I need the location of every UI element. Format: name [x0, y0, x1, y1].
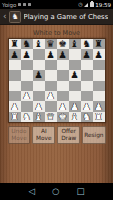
piece-black-knight: ♞	[82, 39, 91, 49]
square-h3[interactable]	[93, 91, 105, 101]
notification-icon-3	[28, 3, 32, 7]
piece-black-pawn: ♟	[94, 50, 103, 60]
square-c2[interactable]: ♟	[33, 101, 45, 111]
square-h5[interactable]	[93, 70, 105, 80]
square-e2[interactable]: ♟	[57, 101, 69, 111]
app-icon[interactable]: ♞	[9, 11, 21, 23]
square-b3[interactable]: ♟	[21, 91, 33, 101]
piece-white-pawn: ♟	[82, 102, 91, 112]
square-h7[interactable]: ♟	[93, 49, 105, 59]
square-a5[interactable]	[9, 70, 21, 80]
piece-white-pawn: ♟	[70, 102, 79, 112]
square-d5[interactable]	[45, 70, 57, 80]
square-g2[interactable]: ♟	[81, 101, 93, 111]
square-b8[interactable]: ♞	[21, 39, 33, 49]
square-b2[interactable]	[21, 101, 33, 111]
piece-black-pawn: ♟	[22, 50, 31, 60]
square-d4[interactable]	[45, 81, 57, 91]
nav-back-icon[interactable]: ◁	[29, 187, 36, 196]
piece-white-knight: ♞	[22, 112, 31, 122]
piece-black-bishop: ♝	[70, 39, 79, 49]
piece-white-pawn: ♟	[94, 102, 103, 112]
square-d2[interactable]	[45, 101, 57, 111]
piece-white-bishop: ♝	[70, 112, 79, 122]
square-h6[interactable]	[93, 60, 105, 70]
square-b4[interactable]	[21, 81, 33, 91]
ai-move-button[interactable]: AI Move	[32, 126, 55, 144]
nav-recents-icon[interactable]: □	[76, 187, 84, 196]
chess-board[interactable]: ♜♞♝♛♚♝♞♜♟♟♟♟♟♟♟♟♟♟♟♟♟♟♟♟♜♞♝♛♚♝♞♜	[8, 38, 106, 123]
piece-black-pawn: ♟	[10, 50, 19, 60]
square-e6[interactable]	[57, 60, 69, 70]
square-a3[interactable]	[9, 91, 21, 101]
back-chevron-icon[interactable]: ‹	[3, 12, 7, 21]
square-c4[interactable]	[33, 81, 45, 91]
piece-black-pawn: ♟	[82, 50, 91, 60]
square-e3[interactable]	[57, 91, 69, 101]
square-b1[interactable]: ♞	[21, 112, 33, 122]
square-d1[interactable]: ♛	[45, 112, 57, 122]
square-g6[interactable]	[81, 60, 93, 70]
piece-black-rook: ♜	[94, 39, 103, 49]
piece-black-king: ♚	[58, 39, 67, 49]
nav-home-icon[interactable]: ○	[52, 187, 59, 196]
square-d7[interactable]: ♟	[45, 49, 57, 59]
battery-icon	[90, 2, 94, 8]
piece-white-knight: ♞	[82, 112, 91, 122]
square-f5[interactable]: ♟	[69, 70, 81, 80]
square-f3[interactable]	[69, 91, 81, 101]
piece-black-pawn: ♟	[34, 70, 43, 80]
square-a7[interactable]: ♟	[9, 49, 21, 59]
alarm-icon: ◷	[78, 2, 82, 7]
piece-white-pawn: ♟	[34, 102, 43, 112]
action-bar: ‹ ♞ Playing a Game of Chess	[0, 9, 113, 25]
notification-icon-1	[18, 3, 22, 7]
square-h8[interactable]: ♜	[93, 39, 105, 49]
square-c6[interactable]	[33, 60, 45, 70]
square-g1[interactable]: ♞	[81, 112, 93, 122]
square-g7[interactable]: ♟	[81, 49, 93, 59]
piece-black-queen: ♛	[46, 39, 55, 49]
action-buttons: Undo MoveAI MoveOffer DrawResign	[8, 126, 106, 144]
square-a6[interactable]	[9, 60, 21, 70]
game-area: White to Move ♜♞♝♛♚♝♞♜♟♟♟♟♟♟♟♟♟♟♟♟♟♟♟♟♜♞…	[0, 25, 113, 183]
square-g8[interactable]: ♞	[81, 39, 93, 49]
square-c1[interactable]: ♝	[33, 112, 45, 122]
clock-time: 19:59	[95, 2, 111, 8]
square-e7[interactable]: ♟	[57, 49, 69, 59]
square-c7[interactable]	[33, 49, 45, 59]
square-a1[interactable]: ♜	[9, 112, 21, 122]
square-g5[interactable]	[81, 70, 93, 80]
square-e1[interactable]: ♚	[57, 112, 69, 122]
square-b6[interactable]	[21, 60, 33, 70]
cellular-signal-icon	[84, 3, 88, 7]
undo-move-button[interactable]: Undo Move	[8, 126, 31, 144]
offer-draw-button[interactable]: Offer Draw	[57, 126, 80, 144]
notification-icon-2	[23, 3, 27, 7]
piece-white-pawn: ♟	[58, 102, 67, 112]
carrier-label: Yoigo	[2, 2, 16, 8]
square-c5[interactable]: ♟	[33, 70, 45, 80]
square-e5[interactable]	[57, 70, 69, 80]
square-h1[interactable]: ♜	[93, 112, 105, 122]
resign-button[interactable]: Resign	[82, 126, 105, 144]
square-a8[interactable]: ♜	[9, 39, 21, 49]
phone-screen: Yoigo ◷ 19:59 ‹ ♞ Playing a Game of Ches…	[0, 0, 113, 200]
square-c3[interactable]	[33, 91, 45, 101]
square-b7[interactable]: ♟	[21, 49, 33, 59]
status-bar: Yoigo ◷ 19:59	[0, 0, 113, 9]
piece-black-bishop: ♝	[34, 39, 43, 49]
square-g3[interactable]	[81, 91, 93, 101]
piece-white-pawn: ♟	[10, 102, 19, 112]
square-f2[interactable]: ♟	[69, 101, 81, 111]
square-f7[interactable]	[69, 49, 81, 59]
square-h2[interactable]: ♟	[93, 101, 105, 111]
android-nav-bar: ◁ ○ □	[0, 183, 113, 200]
piece-white-queen: ♛	[46, 112, 55, 122]
square-a2[interactable]: ♟	[9, 101, 21, 111]
piece-white-rook: ♜	[94, 112, 103, 122]
square-d3[interactable]: ♟	[45, 91, 57, 101]
piece-white-rook: ♜	[10, 112, 19, 122]
square-d8[interactable]: ♛	[45, 39, 57, 49]
piece-black-rook: ♜	[10, 39, 19, 49]
piece-white-king: ♚	[58, 112, 67, 122]
piece-black-pawn: ♟	[70, 70, 79, 80]
square-h4[interactable]	[93, 81, 105, 91]
square-f8[interactable]: ♝	[69, 39, 81, 49]
page-title: Playing a Game of Chess	[24, 13, 109, 21]
piece-black-pawn: ♟	[46, 50, 55, 60]
piece-white-pawn: ♟	[46, 91, 55, 101]
square-f4[interactable]	[69, 81, 81, 91]
square-e8[interactable]: ♚	[57, 39, 69, 49]
square-f6[interactable]	[69, 60, 81, 70]
square-g4[interactable]	[81, 81, 93, 91]
piece-black-knight: ♞	[22, 39, 31, 49]
square-f1[interactable]: ♝	[69, 112, 81, 122]
square-b5[interactable]	[21, 70, 33, 80]
square-a4[interactable]	[9, 81, 21, 91]
piece-black-pawn: ♟	[58, 50, 67, 60]
piece-white-pawn: ♟	[22, 91, 31, 101]
piece-white-bishop: ♝	[34, 112, 43, 122]
square-e4[interactable]	[57, 81, 69, 91]
turn-indicator: White to Move	[33, 29, 80, 37]
square-d6[interactable]	[45, 60, 57, 70]
square-c8[interactable]: ♝	[33, 39, 45, 49]
